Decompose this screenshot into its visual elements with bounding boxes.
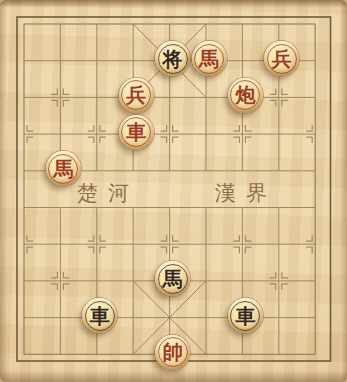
piece-glyph: 馬 <box>53 159 73 179</box>
xiangqi-board[interactable]: 楚河 漢界 将馬兵兵炮車馬馬車車帥 <box>0 0 347 382</box>
piece-red-horse[interactable]: 馬 <box>192 41 227 76</box>
piece-red-horse[interactable]: 馬 <box>46 151 81 186</box>
piece-red-general[interactable]: 帥 <box>155 335 190 370</box>
piece-red-cannon[interactable]: 炮 <box>228 78 263 113</box>
piece-glyph: 兵 <box>272 49 292 69</box>
piece-black-chariot[interactable]: 車 <box>228 298 263 333</box>
piece-glyph: 帥 <box>163 342 183 362</box>
piece-red-soldier[interactable]: 兵 <box>119 78 154 113</box>
piece-glyph: 炮 <box>235 85 255 105</box>
piece-glyph: 将 <box>163 49 183 69</box>
piece-glyph: 馬 <box>163 269 183 289</box>
piece-glyph: 兵 <box>126 85 146 105</box>
piece-glyph: 車 <box>90 306 110 326</box>
piece-red-chariot[interactable]: 車 <box>119 115 154 150</box>
piece-glyph: 車 <box>126 122 146 142</box>
piece-glyph: 馬 <box>199 49 219 69</box>
piece-glyph: 車 <box>235 306 255 326</box>
